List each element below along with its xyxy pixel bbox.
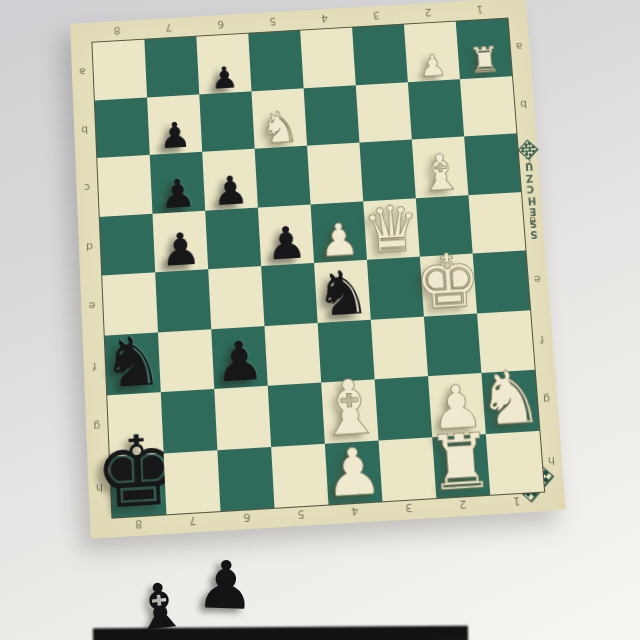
table-edge-shadow — [93, 626, 468, 640]
square-f1 — [477, 310, 535, 373]
square-h6 — [217, 446, 274, 511]
square-f2 — [424, 313, 481, 376]
square-h1 — [486, 430, 544, 494]
square-h4: ♟ — [325, 440, 383, 505]
file-label: h — [89, 455, 109, 517]
square-e3 — [367, 257, 424, 320]
square-f6: ♟ — [211, 326, 268, 389]
file-label: d — [80, 216, 99, 276]
square-b4 — [304, 85, 360, 146]
square-a4 — [300, 28, 356, 88]
white-knight-on-b5: ♞ — [259, 108, 300, 147]
square-e5 — [261, 263, 317, 326]
square-a5 — [248, 31, 303, 91]
square-b6 — [199, 91, 254, 152]
square-d1 — [468, 192, 525, 254]
square-a8 — [92, 40, 147, 100]
chess-board: 87654321 87654321 abcdefgh abcdefgh UZCH… — [70, 0, 566, 539]
square-h7 — [164, 450, 221, 515]
square-c1 — [464, 133, 521, 194]
square-e1 — [473, 250, 530, 313]
square-d5: ♟ — [258, 204, 314, 266]
square-e2: ♚ — [420, 254, 477, 317]
square-b5: ♞ — [251, 88, 307, 149]
file-label: b — [75, 99, 94, 158]
square-g2: ♟ — [428, 373, 486, 437]
square-e7 — [155, 269, 211, 332]
uzchess-text: UZCHESS — [524, 160, 539, 240]
white-pawn-on-h4: ♟ — [323, 444, 384, 503]
square-f7 — [158, 329, 214, 392]
square-c3 — [359, 140, 415, 201]
rank-label: 2 — [402, 3, 455, 23]
square-b8 — [95, 97, 150, 158]
square-c5 — [255, 146, 311, 207]
file-label: e — [82, 275, 102, 336]
uzchess-diamond-icon — [517, 140, 538, 161]
uzchess-letter: C — [527, 182, 535, 194]
square-b3 — [356, 82, 412, 143]
square-a1: ♜ — [456, 19, 512, 79]
rank-label: 8 — [91, 21, 144, 41]
black-pawn-on-c7: ♟ — [159, 175, 196, 211]
rank-label: 3 — [350, 6, 403, 26]
black-pawn-on-c6: ♟ — [212, 172, 249, 208]
square-g5 — [268, 383, 325, 447]
square-e6 — [208, 266, 264, 329]
square-h8: ♚ — [110, 453, 167, 518]
square-e4: ♞ — [314, 260, 371, 323]
photo-of-chess-game: 87654321 87654321 abcdefgh abcdefgh UZCH… — [0, 0, 640, 640]
square-f5 — [264, 322, 321, 385]
black-pawn-on-b7: ♟ — [158, 121, 191, 153]
uzchess-letter: E — [529, 205, 537, 217]
square-h2: ♜ — [432, 434, 490, 498]
captured-black-pawn: ♟ — [195, 557, 256, 615]
uzchess-letter: U — [524, 160, 533, 172]
square-c8 — [97, 155, 152, 217]
square-f3 — [371, 316, 428, 379]
square-a7 — [144, 37, 199, 97]
white-pawn-on-d4: ♟ — [318, 220, 361, 260]
white-pawn-on-g2: ♟ — [429, 381, 485, 434]
file-label: g — [87, 395, 107, 457]
square-f8: ♞ — [105, 332, 161, 395]
square-d7: ♟ — [152, 210, 208, 272]
square-d6 — [205, 207, 261, 269]
black-pawn-on-d7: ♟ — [160, 230, 202, 270]
rank-label: 1 — [453, 0, 506, 20]
rank-label: 4 — [298, 9, 351, 29]
square-b2 — [408, 79, 464, 140]
square-c6: ♟ — [202, 149, 258, 210]
white-queen-on-d3: ♛ — [361, 201, 422, 258]
square-g7 — [161, 389, 218, 453]
white-pawn-on-a2: ♟ — [418, 52, 447, 79]
square-b7: ♟ — [147, 94, 202, 155]
square-g1: ♞ — [481, 370, 539, 434]
square-a6: ♟ — [196, 34, 251, 94]
square-d2 — [416, 195, 473, 257]
uzchess-letter: Z — [526, 171, 534, 183]
white-rook-on-a1: ♜ — [468, 45, 502, 76]
uzchess-letter: H — [527, 194, 536, 206]
file-label: c — [77, 157, 96, 216]
square-g8 — [107, 392, 163, 456]
square-b1 — [460, 76, 517, 137]
white-bishop-on-c2: ♝ — [416, 150, 464, 195]
square-d3: ♛ — [363, 198, 420, 260]
square-g3 — [375, 376, 433, 440]
rank-label: 5 — [246, 12, 299, 32]
rank-label: 6 — [194, 15, 247, 35]
square-h5 — [271, 443, 328, 508]
file-label: a — [73, 42, 92, 100]
black-knight-on-e4: ♞ — [314, 265, 372, 320]
uzchess-letter: S — [529, 216, 537, 228]
black-pawn-on-a6: ♟ — [210, 64, 239, 91]
square-d4: ♟ — [311, 201, 367, 263]
file-label: f — [85, 334, 105, 395]
rank-label: 7 — [143, 18, 196, 38]
square-d8 — [100, 213, 155, 275]
board-vinyl-mat: 87654321 87654321 abcdefgh abcdefgh UZCH… — [70, 0, 566, 539]
square-h3 — [379, 437, 437, 502]
black-pawn-on-d5: ♟ — [265, 223, 307, 263]
square-g6 — [214, 386, 271, 450]
white-knight-on-g1: ♞ — [475, 366, 545, 432]
square-a3 — [352, 25, 408, 85]
square-c2: ♝ — [412, 136, 469, 197]
square-a2: ♟ — [404, 22, 460, 82]
black-pawn-on-f6: ♟ — [214, 337, 265, 386]
square-g4: ♝ — [321, 379, 378, 443]
square-c4 — [307, 143, 363, 204]
board-grid: ♟♟♜♟♞♟♟♝♟♟♟♛♞♚♞♟♝♟♞♚♟♜ — [91, 18, 545, 519]
black-knight-on-f8: ♞ — [101, 332, 164, 393]
square-e8 — [102, 272, 158, 335]
square-c7: ♟ — [150, 152, 205, 214]
square-f4 — [318, 319, 375, 382]
uzchess-letter: S — [530, 228, 538, 240]
